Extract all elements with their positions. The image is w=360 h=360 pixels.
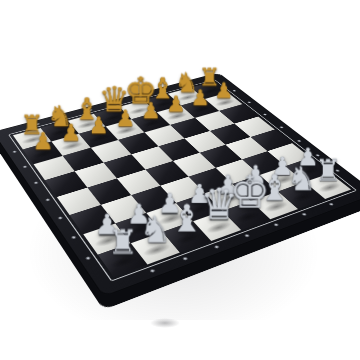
piece-gold-pawn-a7[interactable]: ♟ [27, 129, 57, 153]
piece-gold-pawn-c7[interactable]: ♟ [84, 114, 114, 137]
piece-gold-pawn-f7[interactable]: ♟ [162, 93, 190, 115]
board-corner-shadow [150, 318, 180, 328]
piece-silver-knight-b1[interactable]: ♞ [137, 211, 173, 247]
piece-gold-pawn-e7[interactable]: ♟ [137, 100, 166, 122]
piece-gold-pawn-g7[interactable]: ♟ [186, 87, 214, 108]
chess-board: ♜♞♝♛♚♝♞♜♟♟♟♟♟♟♟♟♟♟♟♟♟♟♟♟♜♞♝♛♚♝♞♜ [0, 73, 360, 296]
square-a7[interactable]: ♟ [23, 142, 63, 165]
piece-gold-pawn-d7[interactable]: ♟ [111, 107, 140, 130]
square-a1[interactable]: ♜ [98, 243, 148, 277]
piece-gold-pawn-b7[interactable]: ♟ [56, 121, 86, 144]
piece-silver-bishop-c1[interactable]: ♝ [169, 199, 205, 237]
board-grid: ♜♞♝♛♚♝♞♜♟♟♟♟♟♟♟♟♟♟♟♟♟♟♟♟♜♞♝♛♚♝♞♜ [13, 82, 351, 277]
photo-background: ♜♞♝♛♚♝♞♜♟♟♟♟♟♟♟♟♟♟♟♟♟♟♟♟♜♞♝♛♚♝♞♜ [0, 0, 360, 360]
piece-silver-rook-a1[interactable]: ♜ [104, 226, 141, 259]
